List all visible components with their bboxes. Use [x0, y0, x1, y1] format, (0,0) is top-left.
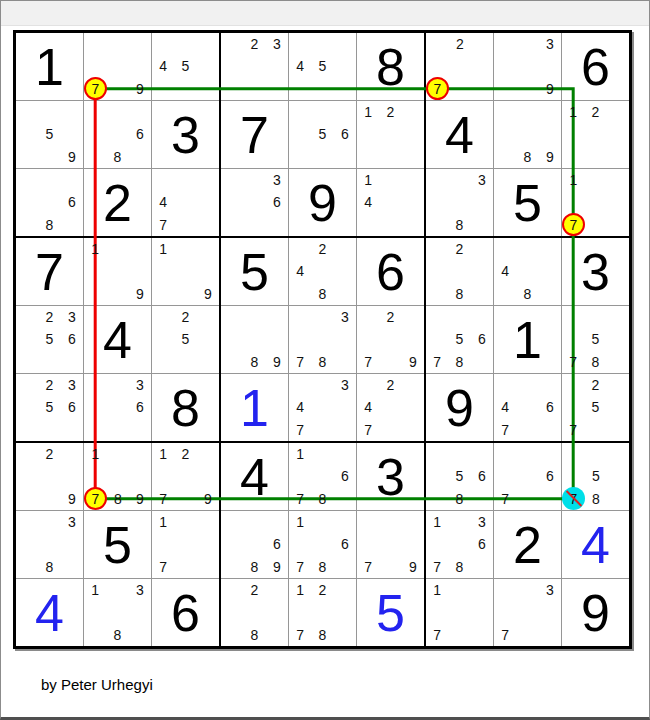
- candidate-digit-6[interactable]: 6: [471, 533, 493, 555]
- cell-r9c4[interactable]: 28: [221, 579, 288, 646]
- candidate-digit-6[interactable]: 6: [539, 396, 561, 418]
- candidate-digit-4[interactable]: 4: [152, 191, 174, 213]
- candidate-digit-1[interactable]: 1: [84, 238, 106, 260]
- cell-r7c7[interactable]: 568: [426, 443, 493, 510]
- candidate-digit-9[interactable]: 9: [402, 556, 424, 578]
- candidate-digit-9[interactable]: 9: [129, 77, 151, 100]
- candidate-digit-8[interactable]: 8: [448, 556, 470, 578]
- cell-r5c7[interactable]: 5678: [426, 306, 493, 373]
- candidate-digit-7[interactable]: 7: [152, 214, 174, 236]
- cell-r9c7[interactable]: 17: [426, 579, 493, 646]
- candidate-digit-7[interactable]: 7: [494, 419, 516, 441]
- candidate-digit-7[interactable]: 7: [357, 351, 379, 373]
- candidate-digit-7[interactable]: 7: [562, 351, 584, 373]
- cell-r8c6[interactable]: 79: [357, 511, 424, 578]
- candidate-digit-1[interactable]: 1: [357, 101, 379, 123]
- candidate-digit-5[interactable]: 5: [585, 465, 607, 487]
- given-digit: 6: [171, 587, 200, 639]
- candidate-digit-6[interactable]: 6: [334, 123, 356, 145]
- candidate-digit-3[interactable]: 3: [471, 511, 493, 533]
- candidate-digit-2[interactable]: 2: [38, 306, 60, 328]
- solved-digit: 4: [35, 587, 64, 639]
- cell-r8c1[interactable]: 38: [16, 511, 83, 578]
- candidate-digit-6[interactable]: 6: [61, 191, 83, 213]
- chain-node-candidate[interactable]: 7: [562, 213, 585, 236]
- cell-r3c8[interactable]: 5: [494, 169, 561, 236]
- given-digit: 6: [376, 246, 405, 298]
- candidate-digit-5[interactable]: 5: [174, 55, 196, 77]
- cell-r7c2[interactable]: 1789: [84, 443, 151, 510]
- cell-r7c4[interactable]: 4: [221, 443, 288, 510]
- cell-r8c7[interactable]: 13678: [426, 511, 493, 578]
- candidate-digit-9[interactable]: 9: [402, 351, 424, 373]
- cell-r8c3[interactable]: 17: [152, 511, 219, 578]
- given-digit: 8: [171, 382, 200, 434]
- cell-r6c3[interactable]: 8: [152, 374, 219, 441]
- candidate-digit-6[interactable]: 6: [61, 328, 83, 350]
- candidate-digit-8[interactable]: 8: [106, 624, 128, 646]
- candidate-digit-3[interactable]: 3: [471, 169, 493, 191]
- cell-r5c8[interactable]: 1: [494, 306, 561, 373]
- cell-r4c8[interactable]: 48: [494, 238, 561, 305]
- cell-r6c4[interactable]: 1: [221, 374, 288, 441]
- cell-r1c9[interactable]: 6: [562, 33, 629, 100]
- cell-r4c5[interactable]: 248: [289, 238, 356, 305]
- given-digit: 9: [445, 382, 474, 434]
- candidate-digit-5[interactable]: 5: [311, 55, 333, 77]
- cell-r4c1[interactable]: 7: [16, 238, 83, 305]
- candidate-digit-7[interactable]: 7: [289, 351, 311, 373]
- cell-r4c9[interactable]: 3: [562, 238, 629, 305]
- given-digit: 2: [513, 519, 542, 571]
- cell-r9c5[interactable]: 1278: [289, 579, 356, 646]
- cell-r2c3[interactable]: 3: [152, 101, 219, 168]
- cell-r2c4[interactable]: 7: [221, 101, 288, 168]
- candidate-digit-1[interactable]: 1: [289, 443, 311, 465]
- candidate-digit-5[interactable]: 5: [584, 328, 606, 350]
- candidate-digit-4[interactable]: 4: [494, 396, 516, 418]
- candidate-digit-5[interactable]: 5: [448, 328, 470, 350]
- cell-r2c9[interactable]: 12: [562, 101, 629, 168]
- given-digit: 8: [376, 41, 405, 93]
- candidate-digit-9[interactable]: 9: [61, 488, 83, 510]
- candidate-digit-4[interactable]: 4: [289, 260, 311, 282]
- candidate-digit-2[interactable]: 2: [38, 374, 60, 396]
- candidate-digit-9[interactable]: 9: [129, 487, 151, 510]
- candidate-digit-6[interactable]: 6: [471, 328, 493, 350]
- candidate-digit-2[interactable]: 2: [379, 101, 401, 123]
- candidate-digit-5[interactable]: 5: [174, 328, 196, 350]
- cell-r1c3[interactable]: 45: [152, 33, 219, 100]
- cell-r7c3[interactable]: 1279: [152, 443, 219, 510]
- cell-r7c6[interactable]: 3: [357, 443, 424, 510]
- cell-r1c2[interactable]: 79: [84, 33, 151, 100]
- candidate-digit-2[interactable]: 2: [379, 374, 401, 396]
- candidate-digit-9[interactable]: 9: [266, 351, 288, 373]
- cell-r5c1[interactable]: 2356: [16, 306, 83, 373]
- given-digit: 6: [581, 41, 610, 93]
- top-band: [1, 1, 649, 26]
- candidate-digit-7[interactable]: 7: [289, 556, 311, 578]
- candidate-digit-8[interactable]: 8: [311, 624, 333, 646]
- candidate-digit-6[interactable]: 6: [471, 465, 493, 487]
- given-digit: 5: [513, 177, 542, 229]
- candidate-digit-4[interactable]: 4: [357, 191, 379, 213]
- candidate-digit-6[interactable]: 6: [334, 465, 356, 487]
- cell-r3c3[interactable]: 47: [152, 169, 219, 236]
- cell-r9c8[interactable]: 37: [494, 579, 561, 646]
- candidate-digit-2[interactable]: 2: [379, 306, 401, 328]
- candidate-digit-5[interactable]: 5: [38, 328, 60, 350]
- author-credit: by Peter Urhegyi: [41, 676, 153, 693]
- sudoku-page: 1794523458273965968375612489126824736914…: [0, 0, 650, 720]
- candidate-digit-8[interactable]: 8: [584, 351, 606, 373]
- cell-r8c8[interactable]: 2: [494, 511, 561, 578]
- candidate-digit-1[interactable]: 1: [562, 169, 585, 191]
- candidate-digit-3[interactable]: 3: [266, 33, 288, 55]
- chain-node-candidate[interactable]: 7: [84, 77, 107, 100]
- cell-r9c2[interactable]: 138: [84, 579, 151, 646]
- candidate-digit-6[interactable]: 6: [129, 396, 151, 418]
- given-digit: 2: [103, 177, 132, 229]
- sudoku-board[interactable]: 1794523458273965968375612489126824736914…: [13, 30, 632, 649]
- cell-r7c9[interactable]: 578: [562, 443, 629, 510]
- candidate-digit-3[interactable]: 3: [61, 306, 83, 328]
- cell-r4c2[interactable]: 19: [84, 238, 151, 305]
- candidate-digit-4[interactable]: 4: [289, 55, 311, 77]
- given-digit: 3: [171, 109, 200, 161]
- candidate-digit-7[interactable]: 7: [426, 351, 448, 373]
- candidate-digit-6[interactable]: 6: [129, 123, 151, 145]
- candidate-digit-7[interactable]: 7: [494, 624, 516, 646]
- candidate-digit-1[interactable]: 1: [84, 443, 107, 465]
- cell-r6c6[interactable]: 247: [357, 374, 424, 441]
- candidate-digit-2[interactable]: 2: [449, 33, 471, 55]
- cell-r9c9[interactable]: 9: [562, 579, 629, 646]
- candidate-digit-7[interactable]: 7: [152, 488, 174, 510]
- candidate-digit-1[interactable]: 1: [84, 579, 106, 601]
- given-digit: 5: [103, 519, 132, 571]
- solved-digit: 5: [376, 587, 405, 639]
- candidate-digit-8[interactable]: 8: [107, 487, 129, 510]
- cell-r3c1[interactable]: 68: [16, 169, 83, 236]
- cell-r2c7[interactable]: 4: [426, 101, 493, 168]
- candidate-digit-2[interactable]: 2: [311, 238, 333, 260]
- candidate-digit-9[interactable]: 9: [266, 556, 288, 578]
- candidate-digit-7[interactable]: 7: [289, 419, 311, 441]
- candidate-digit-4[interactable]: 4: [289, 396, 311, 418]
- candidate-digit-1[interactable]: 1: [426, 579, 448, 601]
- cell-r5c2[interactable]: 4: [84, 306, 151, 373]
- cell-r5c9[interactable]: 578: [562, 306, 629, 373]
- candidate-digit-1[interactable]: 1: [289, 511, 311, 533]
- candidate-digit-8[interactable]: 8: [585, 487, 607, 510]
- given-digit: 5: [240, 246, 269, 298]
- chain-node-candidate[interactable]: 7: [84, 487, 107, 510]
- eliminated-candidate[interactable]: 7: [562, 487, 585, 510]
- candidate-digit-8[interactable]: 8: [448, 214, 470, 236]
- candidate-digit-9[interactable]: 9: [539, 78, 561, 100]
- candidate-digit-8[interactable]: 8: [311, 488, 333, 510]
- cell-r2c5[interactable]: 56: [289, 101, 356, 168]
- candidate-digit-8[interactable]: 8: [311, 283, 333, 305]
- candidate-digit-4[interactable]: 4: [494, 260, 516, 282]
- cell-r3c4[interactable]: 36: [221, 169, 288, 236]
- candidate-digit-2[interactable]: 2: [448, 238, 470, 260]
- candidate-digit-7[interactable]: 7: [357, 419, 379, 441]
- given-digit: 1: [513, 314, 542, 366]
- candidate-digit-7[interactable]: 7: [289, 624, 311, 646]
- cell-r8c2[interactable]: 5: [84, 511, 151, 578]
- cell-r2c2[interactable]: 68: [84, 101, 151, 168]
- cell-r4c7[interactable]: 28: [426, 238, 493, 305]
- candidate-digit-1[interactable]: 1: [562, 101, 584, 123]
- candidate-digit-2[interactable]: 2: [38, 443, 60, 465]
- cell-r7c8[interactable]: 67: [494, 443, 561, 510]
- solved-digit: 4: [581, 519, 610, 571]
- cell-r1c5[interactable]: 45: [289, 33, 356, 100]
- cell-r1c1[interactable]: 1: [16, 33, 83, 100]
- given-digit: 9: [308, 177, 337, 229]
- candidate-digit-9[interactable]: 9: [197, 283, 219, 305]
- candidate-digit-3[interactable]: 3: [539, 579, 561, 601]
- candidate-digit-7[interactable]: 7: [152, 556, 174, 578]
- candidate-digit-2[interactable]: 2: [243, 579, 265, 601]
- cell-r5c5[interactable]: 378: [289, 306, 356, 373]
- cell-r6c2[interactable]: 36: [84, 374, 151, 441]
- candidate-digit-2[interactable]: 2: [584, 101, 606, 123]
- given-digit: 4: [445, 109, 474, 161]
- cell-r4c6[interactable]: 6: [357, 238, 424, 305]
- candidate-digit-3[interactable]: 3: [61, 374, 83, 396]
- cell-r1c7[interactable]: 27: [426, 33, 493, 100]
- candidate-digit-3[interactable]: 3: [61, 511, 83, 533]
- candidate-digit-9[interactable]: 9: [539, 146, 561, 168]
- cell-r3c7[interactable]: 38: [426, 169, 493, 236]
- candidate-digit-2[interactable]: 2: [243, 33, 265, 55]
- candidate-digit-5[interactable]: 5: [584, 396, 606, 418]
- candidate-digit-8[interactable]: 8: [38, 556, 60, 578]
- candidate-digit-3[interactable]: 3: [539, 33, 561, 55]
- candidate-digit-1[interactable]: 1: [152, 511, 174, 533]
- candidate-digit-6[interactable]: 6: [266, 533, 288, 555]
- cell-r8c4[interactable]: 689: [221, 511, 288, 578]
- candidate-digit-8[interactable]: 8: [38, 214, 60, 236]
- candidate-digit-8[interactable]: 8: [516, 283, 538, 305]
- candidate-digit-8[interactable]: 8: [311, 351, 333, 373]
- cell-r1c8[interactable]: 39: [494, 33, 561, 100]
- candidate-digit-3[interactable]: 3: [266, 169, 288, 191]
- cell-r8c5[interactable]: 1678: [289, 511, 356, 578]
- cell-r5c4[interactable]: 89: [221, 306, 288, 373]
- chain-node-candidate[interactable]: 7: [426, 77, 449, 100]
- candidate-digit-4[interactable]: 4: [357, 396, 379, 418]
- given-digit: 4: [240, 451, 269, 503]
- cell-r7c1[interactable]: 29: [16, 443, 83, 510]
- candidate-digit-1[interactable]: 1: [289, 579, 311, 601]
- candidate-digit-2[interactable]: 2: [584, 374, 606, 396]
- cell-r3c9[interactable]: 17: [562, 169, 629, 236]
- cell-r1c6[interactable]: 8: [357, 33, 424, 100]
- candidate-digit-1[interactable]: 1: [426, 511, 448, 533]
- candidate-digit-1[interactable]: 1: [152, 443, 174, 465]
- cell-r3c6[interactable]: 14: [357, 169, 424, 236]
- candidate-digit-2[interactable]: 2: [311, 579, 333, 601]
- given-digit: 3: [581, 246, 610, 298]
- cell-r9c1[interactable]: 4: [16, 579, 83, 646]
- given-digit: 9: [581, 587, 610, 639]
- candidate-digit-7[interactable]: 7: [426, 624, 448, 646]
- cell-r7c5[interactable]: 1678: [289, 443, 356, 510]
- candidate-digit-2[interactable]: 2: [174, 306, 196, 328]
- cell-r4c3[interactable]: 19: [152, 238, 219, 305]
- given-digit: 7: [35, 246, 64, 298]
- candidate-digit-3[interactable]: 3: [334, 306, 356, 328]
- candidate-digit-8[interactable]: 8: [243, 624, 265, 646]
- candidate-digit-7[interactable]: 7: [357, 556, 379, 578]
- candidate-digit-5[interactable]: 5: [38, 396, 60, 418]
- cell-r3c2[interactable]: 2: [84, 169, 151, 236]
- cell-r6c1[interactable]: 2356: [16, 374, 83, 441]
- cell-r4c4[interactable]: 5: [221, 238, 288, 305]
- candidate-digit-9[interactable]: 9: [129, 283, 151, 305]
- cell-r2c1[interactable]: 59: [16, 101, 83, 168]
- given-digit: 1: [35, 41, 64, 93]
- candidate-digit-7[interactable]: 7: [562, 419, 584, 441]
- candidate-digit-1[interactable]: 1: [152, 238, 174, 260]
- solved-digit: 1: [240, 382, 269, 434]
- candidate-digit-6[interactable]: 6: [539, 465, 561, 487]
- candidate-digit-8[interactable]: 8: [106, 146, 128, 168]
- candidate-digit-6[interactable]: 6: [266, 191, 288, 213]
- given-digit: 7: [240, 109, 269, 161]
- given-digit: 4: [103, 314, 132, 366]
- candidate-digit-3[interactable]: 3: [129, 374, 151, 396]
- candidate-digit-8[interactable]: 8: [311, 556, 333, 578]
- cell-r3c5[interactable]: 9: [289, 169, 356, 236]
- candidate-digit-4[interactable]: 4: [152, 55, 174, 77]
- cell-r8c9[interactable]: 4: [562, 511, 629, 578]
- candidate-digit-6[interactable]: 6: [61, 396, 83, 418]
- candidate-digit-1[interactable]: 1: [357, 169, 379, 191]
- cell-r5c6[interactable]: 279: [357, 306, 424, 373]
- cell-r6c5[interactable]: 347: [289, 374, 356, 441]
- cell-r2c6[interactable]: 12: [357, 101, 424, 168]
- cell-r6c9[interactable]: 257: [562, 374, 629, 441]
- candidate-digit-5[interactable]: 5: [448, 465, 470, 487]
- candidate-digit-8[interactable]: 8: [448, 351, 470, 373]
- candidate-digit-3[interactable]: 3: [334, 374, 356, 396]
- candidate-digit-8[interactable]: 8: [448, 488, 470, 510]
- cell-r6c7[interactable]: 9: [426, 374, 493, 441]
- candidate-digit-2[interactable]: 2: [174, 443, 196, 465]
- given-digit: 3: [376, 451, 405, 503]
- cell-r1c4[interactable]: 23: [221, 33, 288, 100]
- cell-r5c3[interactable]: 25: [152, 306, 219, 373]
- candidate-digit-9[interactable]: 9: [197, 488, 219, 510]
- cell-r9c3[interactable]: 6: [152, 579, 219, 646]
- candidate-digit-7[interactable]: 7: [494, 488, 516, 510]
- candidate-digit-3[interactable]: 3: [129, 579, 151, 601]
- candidate-digit-5[interactable]: 5: [38, 123, 60, 145]
- candidate-digit-9[interactable]: 9: [61, 146, 83, 168]
- candidate-digit-8[interactable]: 8: [243, 556, 265, 578]
- cell-r9c6[interactable]: 5: [357, 579, 424, 646]
- candidate-digit-8[interactable]: 8: [516, 146, 538, 168]
- candidate-digit-5[interactable]: 5: [311, 123, 333, 145]
- cell-r6c8[interactable]: 467: [494, 374, 561, 441]
- cell-r2c8[interactable]: 89: [494, 101, 561, 168]
- candidate-digit-7[interactable]: 7: [289, 488, 311, 510]
- candidate-digit-8[interactable]: 8: [448, 283, 470, 305]
- candidate-digit-7[interactable]: 7: [426, 556, 448, 578]
- candidate-digit-8[interactable]: 8: [243, 351, 265, 373]
- candidate-digit-6[interactable]: 6: [334, 533, 356, 555]
